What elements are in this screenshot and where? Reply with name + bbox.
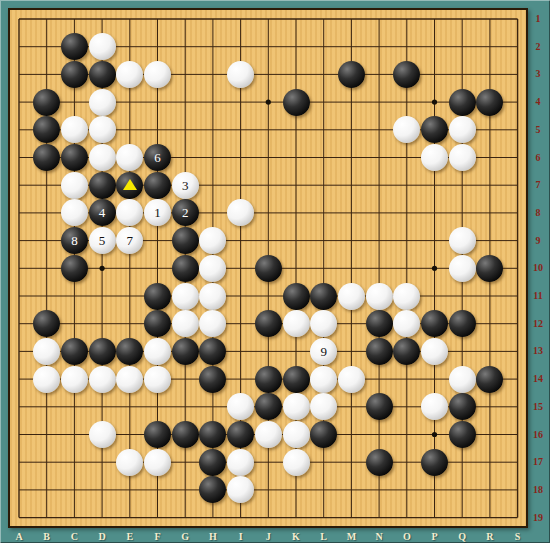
col-label-G: G xyxy=(175,531,195,542)
black-stone-F7[interactable] xyxy=(144,172,171,199)
black-stone-B4[interactable] xyxy=(33,89,60,116)
col-label-M: M xyxy=(341,531,361,542)
black-stone-Q12[interactable] xyxy=(449,310,476,337)
white-stone-I3[interactable] xyxy=(227,61,254,88)
col-label-Q: Q xyxy=(452,531,472,542)
black-stone-R4[interactable] xyxy=(476,89,503,116)
black-stone-G8[interactable]: 2 xyxy=(172,199,199,226)
row-label-18: 18 xyxy=(529,484,547,495)
black-stone-F12[interactable] xyxy=(144,310,171,337)
white-stone-Q14[interactable] xyxy=(449,366,476,393)
white-stone-M11[interactable] xyxy=(338,283,365,310)
white-stone-P6[interactable] xyxy=(421,144,448,171)
black-stone-Q4[interactable] xyxy=(449,89,476,116)
white-stone-I17[interactable] xyxy=(227,449,254,476)
white-stone-L14[interactable] xyxy=(310,366,337,393)
black-stone-J15[interactable] xyxy=(255,393,282,420)
black-stone-E7[interactable] xyxy=(116,172,143,199)
black-stone-R10[interactable] xyxy=(476,255,503,282)
black-stone-B6[interactable] xyxy=(33,144,60,171)
white-stone-D9[interactable]: 5 xyxy=(89,227,116,254)
col-label-N: N xyxy=(369,531,389,542)
black-stone-B5[interactable] xyxy=(33,116,60,143)
black-stone-H18[interactable] xyxy=(199,476,226,503)
col-label-D: D xyxy=(92,531,112,542)
white-stone-H10[interactable] xyxy=(199,255,226,282)
row-label-6: 6 xyxy=(529,152,547,163)
white-stone-O11[interactable] xyxy=(393,283,420,310)
white-stone-H11[interactable] xyxy=(199,283,226,310)
white-stone-E14[interactable] xyxy=(116,366,143,393)
white-stone-I18[interactable] xyxy=(227,476,254,503)
white-stone-B13[interactable] xyxy=(33,338,60,365)
col-label-P: P xyxy=(425,531,445,542)
triangle-marker xyxy=(123,179,137,190)
black-stone-N13[interactable] xyxy=(366,338,393,365)
black-stone-P12[interactable] xyxy=(421,310,448,337)
col-label-H: H xyxy=(203,531,223,542)
row-label-7: 7 xyxy=(529,179,547,190)
white-stone-P13[interactable] xyxy=(421,338,448,365)
row-label-14: 14 xyxy=(529,373,547,384)
black-stone-D13[interactable] xyxy=(89,338,116,365)
black-stone-C3[interactable] xyxy=(61,61,88,88)
black-stone-I16[interactable] xyxy=(227,421,254,448)
black-stone-G16[interactable] xyxy=(172,421,199,448)
col-label-F: F xyxy=(148,531,168,542)
black-stone-C13[interactable] xyxy=(61,338,88,365)
black-stone-M3[interactable] xyxy=(338,61,365,88)
white-stone-Q5[interactable] xyxy=(449,116,476,143)
white-stone-D5[interactable] xyxy=(89,116,116,143)
black-stone-L16[interactable] xyxy=(310,421,337,448)
white-stone-Q6[interactable] xyxy=(449,144,476,171)
white-stone-M14[interactable] xyxy=(338,366,365,393)
white-stone-E8[interactable] xyxy=(116,199,143,226)
white-stone-F14[interactable] xyxy=(144,366,171,393)
white-stone-E17[interactable] xyxy=(116,449,143,476)
black-stone-C10[interactable] xyxy=(61,255,88,282)
white-stone-D6[interactable] xyxy=(89,144,116,171)
white-stone-B14[interactable] xyxy=(33,366,60,393)
black-stone-Q15[interactable] xyxy=(449,393,476,420)
white-stone-K16[interactable] xyxy=(283,421,310,448)
white-stone-G12[interactable] xyxy=(172,310,199,337)
row-label-3: 3 xyxy=(529,68,547,79)
black-stone-D8[interactable]: 4 xyxy=(89,199,116,226)
row-label-10: 10 xyxy=(529,262,547,273)
row-label-11: 11 xyxy=(529,290,547,301)
black-stone-D3[interactable] xyxy=(89,61,116,88)
white-stone-E6[interactable] xyxy=(116,144,143,171)
white-stone-O5[interactable] xyxy=(393,116,420,143)
white-stone-F17[interactable] xyxy=(144,449,171,476)
white-stone-H9[interactable] xyxy=(199,227,226,254)
white-stone-L12[interactable] xyxy=(310,310,337,337)
black-stone-P5[interactable] xyxy=(421,116,448,143)
white-stone-D2[interactable] xyxy=(89,33,116,60)
black-stone-L11[interactable] xyxy=(310,283,337,310)
black-stone-F11[interactable] xyxy=(144,283,171,310)
white-stone-F8[interactable]: 1 xyxy=(144,199,171,226)
white-stone-F13[interactable] xyxy=(144,338,171,365)
black-stone-K14[interactable] xyxy=(283,366,310,393)
white-stone-P15[interactable] xyxy=(421,393,448,420)
row-label-13: 13 xyxy=(529,345,547,356)
move-number-label: 9 xyxy=(320,345,327,358)
white-stone-D4[interactable] xyxy=(89,89,116,116)
row-label-8: 8 xyxy=(529,207,547,218)
black-stone-P17[interactable] xyxy=(421,449,448,476)
black-stone-K11[interactable] xyxy=(283,283,310,310)
col-label-B: B xyxy=(37,531,57,542)
move-number-label: 7 xyxy=(127,234,134,247)
col-label-A: A xyxy=(9,531,29,542)
move-number-label: 3 xyxy=(182,179,189,192)
white-stone-J16[interactable] xyxy=(255,421,282,448)
white-stone-Q9[interactable] xyxy=(449,227,476,254)
col-label-S: S xyxy=(508,531,528,542)
row-label-17: 17 xyxy=(529,456,547,467)
black-stone-J14[interactable] xyxy=(255,366,282,393)
row-label-2: 2 xyxy=(529,41,547,52)
move-number-label: 2 xyxy=(182,206,189,219)
col-label-E: E xyxy=(120,531,140,542)
white-stone-I15[interactable] xyxy=(227,393,254,420)
col-label-I: I xyxy=(231,531,251,542)
move-number-label: 8 xyxy=(71,234,78,247)
black-stone-J12[interactable] xyxy=(255,310,282,337)
white-stone-I8[interactable] xyxy=(227,199,254,226)
white-stone-L13[interactable]: 9 xyxy=(310,338,337,365)
row-label-15: 15 xyxy=(529,401,547,412)
black-stone-C2[interactable] xyxy=(61,33,88,60)
row-label-1: 1 xyxy=(529,13,547,24)
move-number-label: 6 xyxy=(154,151,161,164)
black-stone-N17[interactable] xyxy=(366,449,393,476)
black-stone-F6[interactable]: 6 xyxy=(144,144,171,171)
white-stone-L15[interactable] xyxy=(310,393,337,420)
white-stone-K17[interactable] xyxy=(283,449,310,476)
white-stone-C7[interactable] xyxy=(61,172,88,199)
black-stone-H17[interactable] xyxy=(199,449,226,476)
white-stone-C14[interactable] xyxy=(61,366,88,393)
black-stone-J10[interactable] xyxy=(255,255,282,282)
white-stone-K12[interactable] xyxy=(283,310,310,337)
row-label-9: 9 xyxy=(529,235,547,246)
row-label-4: 4 xyxy=(529,96,547,107)
col-label-O: O xyxy=(397,531,417,542)
white-stone-E3[interactable] xyxy=(116,61,143,88)
white-stone-D16[interactable] xyxy=(89,421,116,448)
col-label-L: L xyxy=(314,531,334,542)
white-stone-N11[interactable] xyxy=(366,283,393,310)
black-stone-G9[interactable] xyxy=(172,227,199,254)
stones-layer: 634128579 xyxy=(10,10,526,526)
white-stone-C8[interactable] xyxy=(61,199,88,226)
black-stone-C9[interactable]: 8 xyxy=(61,227,88,254)
white-stone-O12[interactable] xyxy=(393,310,420,337)
black-stone-N12[interactable] xyxy=(366,310,393,337)
black-stone-O3[interactable] xyxy=(393,61,420,88)
white-stone-E9[interactable]: 7 xyxy=(116,227,143,254)
black-stone-G13[interactable] xyxy=(172,338,199,365)
black-stone-H16[interactable] xyxy=(199,421,226,448)
white-stone-C5[interactable] xyxy=(61,116,88,143)
white-stone-G7[interactable]: 3 xyxy=(172,172,199,199)
black-stone-C6[interactable] xyxy=(61,144,88,171)
black-stone-D7[interactable] xyxy=(89,172,116,199)
black-stone-H13[interactable] xyxy=(199,338,226,365)
col-label-K: K xyxy=(286,531,306,542)
white-stone-Q10[interactable] xyxy=(449,255,476,282)
white-stone-H12[interactable] xyxy=(199,310,226,337)
move-number-label: 4 xyxy=(99,206,106,219)
go-app-window: 634128579 ABCDEFGHIJKLMNOPQRS 1234567891… xyxy=(0,0,550,543)
row-label-16: 16 xyxy=(529,429,547,440)
black-stone-N15[interactable] xyxy=(366,393,393,420)
black-stone-G10[interactable] xyxy=(172,255,199,282)
move-number-label: 5 xyxy=(99,234,106,247)
col-label-R: R xyxy=(480,531,500,542)
col-label-J: J xyxy=(258,531,278,542)
col-label-C: C xyxy=(64,531,84,542)
white-stone-D14[interactable] xyxy=(89,366,116,393)
row-label-12: 12 xyxy=(529,318,547,329)
move-number-label: 1 xyxy=(154,206,161,219)
black-stone-O13[interactable] xyxy=(393,338,420,365)
black-stone-K4[interactable] xyxy=(283,89,310,116)
black-stone-H14[interactable] xyxy=(199,366,226,393)
white-stone-G11[interactable] xyxy=(172,283,199,310)
row-label-5: 5 xyxy=(529,124,547,135)
black-stone-E13[interactable] xyxy=(116,338,143,365)
black-stone-F16[interactable] xyxy=(144,421,171,448)
black-stone-B12[interactable] xyxy=(33,310,60,337)
black-stone-Q16[interactable] xyxy=(449,421,476,448)
white-stone-F3[interactable] xyxy=(144,61,171,88)
black-stone-R14[interactable] xyxy=(476,366,503,393)
go-board[interactable]: 634128579 xyxy=(8,8,528,528)
row-label-19: 19 xyxy=(529,512,547,523)
white-stone-K15[interactable] xyxy=(283,393,310,420)
